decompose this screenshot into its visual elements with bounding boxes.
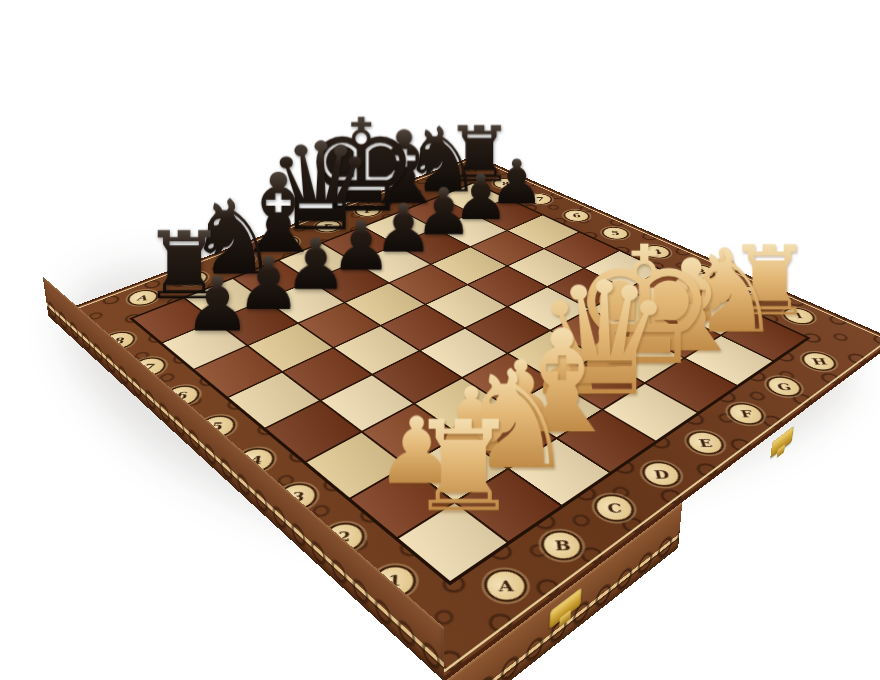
chess-set-photo: ♜♞♝♛♚♝♞♜♟♟♟♟♟♟♟♟♟♟♟♟♟♟♟♟♜♞♝♛♚♝♞♜ AABBCCD… (0, 0, 880, 680)
file-label-b-near: B (537, 527, 588, 563)
file-label-f-near-text: F (738, 408, 754, 419)
file-label-e-near-text: E (697, 437, 714, 449)
file-label-f-near: F (724, 401, 768, 428)
photo-scene: ♜♞♝♛♚♝♞♜♟♟♟♟♟♟♟♟♟♟♟♟♟♟♟♟♜♞♝♛♚♝♞♜ AABBCCD… (0, 0, 880, 680)
file-label-e-near: E (683, 429, 728, 458)
file-label-d-near-text: D (652, 468, 670, 481)
file-label-h-near-text: H (809, 357, 828, 367)
square-d5 (382, 305, 463, 350)
file-label-a-near-text: A (498, 577, 514, 594)
file-label-a-near: A (479, 566, 532, 606)
file-label-c-near: C (589, 492, 638, 526)
file-label-g-near-text: G (775, 381, 793, 391)
file-label-g-near: G (763, 374, 805, 399)
white-rook: ♜ (389, 404, 539, 529)
file-label-d-near: D (638, 459, 685, 490)
file-label-c-near-text: C (605, 501, 622, 515)
black-pawn: ♟ (172, 267, 263, 343)
square-a1: ♜ (399, 504, 506, 581)
file-label-b-near-text: B (553, 537, 571, 552)
chess-board: ♜♞♝♛♚♝♞♜♟♟♟♟♟♟♟♟♟♟♟♟♟♟♟♟♜♞♝♛♚♝♞♜ AABBCCD… (48, 155, 880, 680)
file-label-h-near: H (799, 350, 840, 373)
board-grid: ♜♞♝♛♚♝♞♜♟♟♟♟♟♟♟♟♟♟♟♟♟♟♟♟♜♞♝♛♚♝♞♜ (129, 182, 811, 585)
